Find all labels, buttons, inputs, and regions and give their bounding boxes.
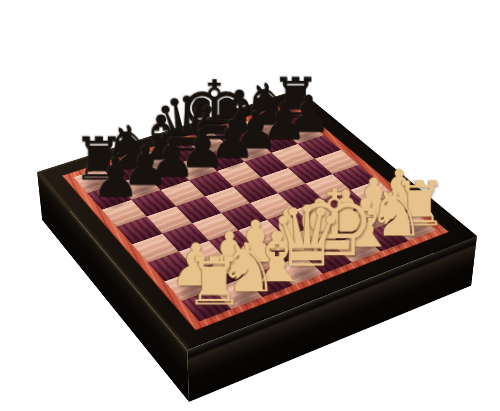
piece-white-rook: ♜ [184,248,244,315]
chess-box: ♜♞♝♛♚♝♞♜♟♟♟♟♟♟♟♟♟♟♟♟♟♟♟♟♜♞♝♛♚♝♞♜ [37,89,477,350]
piece-black-pawn: ♟ [91,151,140,205]
scene: ♜♞♝♛♚♝♞♜♟♟♟♟♟♟♟♟♟♟♟♟♟♟♟♟♜♞♝♛♚♝♞♜ [0,0,500,411]
